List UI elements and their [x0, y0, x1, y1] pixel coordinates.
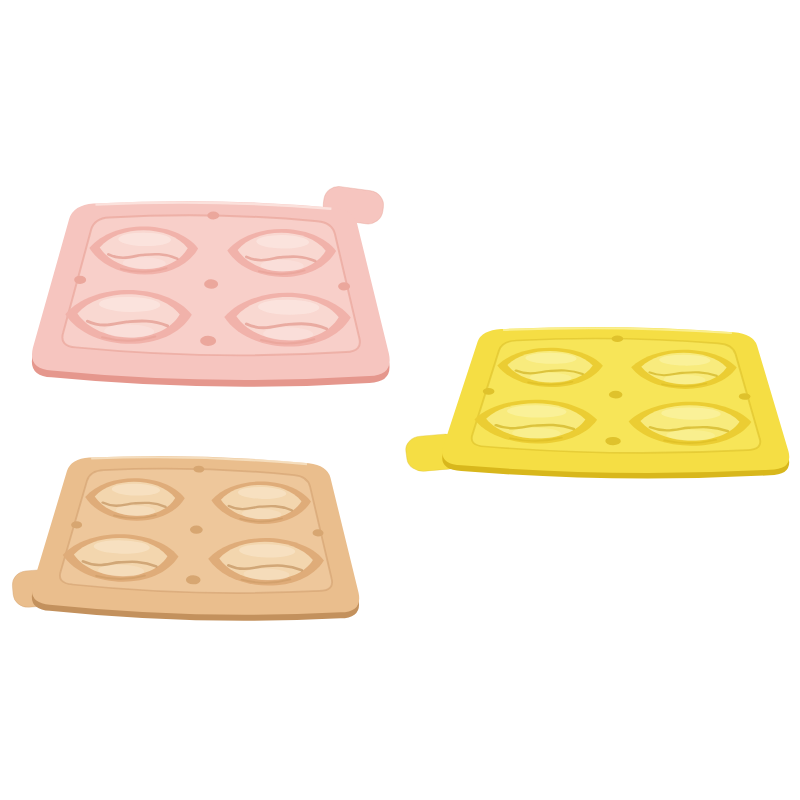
mold-yellow [404, 324, 792, 481]
mold-pink [31, 180, 392, 390]
lip-mold-tray [442, 325, 791, 481]
product-photo [0, 0, 800, 800]
lip-mold-tray [31, 198, 392, 389]
lip-mold-tray [31, 452, 362, 624]
mold-tan [10, 452, 363, 625]
molds-illustration [0, 0, 800, 800]
